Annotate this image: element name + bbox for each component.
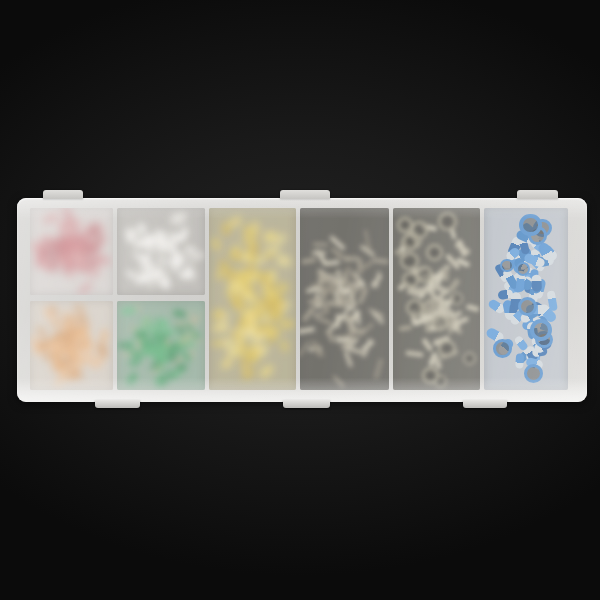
ferrule bbox=[263, 233, 272, 244]
ferrule-end-ring bbox=[438, 212, 457, 231]
ferrule bbox=[301, 258, 317, 264]
lid-hinge-tab-left bbox=[43, 190, 83, 199]
ferrule bbox=[228, 215, 243, 228]
compartment-blue-ferrules bbox=[484, 208, 568, 390]
ferrule-pile bbox=[117, 208, 205, 295]
lid-hinge-tab-center bbox=[280, 190, 330, 199]
ferrule bbox=[179, 227, 189, 242]
ferrule bbox=[251, 353, 259, 364]
ferrule bbox=[173, 309, 187, 317]
ferrule-end-ring bbox=[450, 292, 463, 305]
ferrule bbox=[77, 282, 92, 295]
ferrule bbox=[77, 314, 89, 324]
lid-hinge-tab-right bbox=[517, 190, 558, 199]
ferrule bbox=[281, 320, 295, 329]
ferrule bbox=[93, 256, 100, 267]
ferrule bbox=[211, 308, 224, 321]
ferrule bbox=[129, 357, 143, 367]
ferrule-end-ring bbox=[432, 315, 448, 331]
ferrule bbox=[190, 252, 204, 261]
ferrule bbox=[265, 247, 280, 254]
lid-latch-tab-right bbox=[463, 400, 507, 408]
ferrule bbox=[101, 329, 107, 343]
ferrule bbox=[312, 251, 326, 255]
lid-latch-tab-left bbox=[95, 400, 140, 408]
compartment-green-ferrules bbox=[117, 301, 205, 390]
ferrule bbox=[259, 364, 274, 379]
photo-scene bbox=[0, 0, 600, 600]
ferrule bbox=[73, 304, 86, 312]
ferrule-pile bbox=[300, 208, 389, 390]
compartment-tray bbox=[17, 198, 587, 402]
organizer-box bbox=[17, 198, 587, 402]
compartment-silver-large-ferrules bbox=[393, 208, 480, 390]
ferrule bbox=[313, 243, 328, 247]
ferrule bbox=[372, 258, 389, 263]
ferrule bbox=[89, 354, 95, 368]
ferrule-end-ring bbox=[519, 214, 541, 236]
ferrule bbox=[80, 346, 95, 353]
ferrule bbox=[277, 258, 291, 266]
ferrule bbox=[443, 268, 448, 282]
ferrule-pile bbox=[30, 301, 113, 390]
ferrule-pile bbox=[393, 208, 480, 390]
ferrule-end-ring bbox=[411, 221, 428, 238]
ferrule bbox=[89, 269, 101, 278]
ferrule bbox=[126, 372, 138, 387]
compartment-silver-small-ferrules bbox=[300, 208, 389, 390]
ferrule-end-ring bbox=[416, 266, 433, 283]
ferrule bbox=[531, 275, 542, 293]
ferrule bbox=[280, 341, 288, 352]
ferrule bbox=[448, 277, 461, 292]
ferrule bbox=[406, 350, 424, 358]
compartment-orange-ferrules bbox=[30, 301, 113, 390]
ferrule bbox=[73, 228, 79, 241]
compartment-yellow-ferrules bbox=[209, 208, 296, 390]
ferrule-end-ring bbox=[493, 339, 512, 358]
ferrule bbox=[300, 328, 315, 335]
ferrule bbox=[43, 213, 59, 225]
ferrule-pile bbox=[209, 208, 296, 390]
ferrule bbox=[421, 337, 433, 352]
ferrule bbox=[374, 359, 383, 380]
compartment-white-ferrules bbox=[117, 208, 205, 295]
ferrule bbox=[343, 256, 359, 261]
ferrule bbox=[160, 342, 165, 354]
ferrule-pile bbox=[30, 208, 113, 295]
wire-pin bbox=[194, 313, 202, 322]
ferrule-end-ring bbox=[426, 244, 442, 260]
ferrule bbox=[251, 346, 263, 353]
ferrule-end-ring bbox=[518, 297, 537, 316]
ferrule-end-ring bbox=[500, 259, 514, 273]
ferrule-end-ring bbox=[463, 352, 476, 365]
wire-pin bbox=[191, 346, 194, 359]
ferrule bbox=[220, 357, 234, 370]
ferrule-pile bbox=[117, 301, 205, 390]
ferrule bbox=[336, 314, 341, 328]
wire-pin bbox=[195, 336, 202, 344]
ferrule bbox=[211, 237, 221, 250]
ferrule-end-ring bbox=[516, 262, 530, 276]
ferrule-end-ring bbox=[438, 340, 455, 357]
ferrule bbox=[315, 316, 332, 325]
ferrule-end-ring bbox=[400, 252, 419, 271]
ferrule-end-ring bbox=[530, 319, 552, 341]
ferrule bbox=[344, 350, 354, 367]
ferrule bbox=[221, 337, 233, 350]
ferrule bbox=[466, 304, 480, 312]
ferrule bbox=[398, 325, 411, 332]
ferrule bbox=[37, 325, 48, 339]
ferrule-end-ring bbox=[524, 364, 543, 383]
ferrule bbox=[333, 375, 346, 388]
ferrule bbox=[117, 342, 133, 348]
ferrule-pile bbox=[484, 208, 568, 390]
ferrule bbox=[176, 363, 188, 370]
ferrule bbox=[166, 368, 173, 380]
lid-latch-tab-center bbox=[283, 400, 330, 408]
ferrule bbox=[135, 333, 148, 338]
ferrule bbox=[120, 307, 136, 315]
ferrule bbox=[516, 353, 525, 369]
compartment-red-ferrules bbox=[30, 208, 113, 295]
ferrule bbox=[212, 340, 223, 346]
